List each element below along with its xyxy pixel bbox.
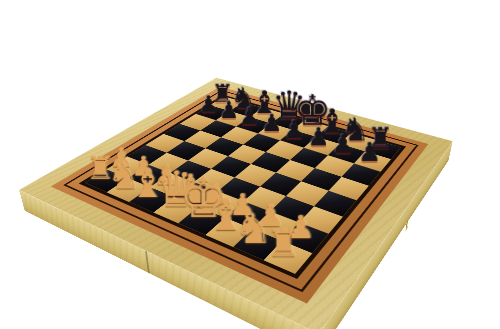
product-photo: ♜♞♝♛♚♝♞♜♟♟♟♟♟♟♟♟♟♟♟♟♟♟♟♟♜♞♝♛♚♝♞♜ — [0, 0, 500, 329]
chess-board: ♜♞♝♛♚♝♞♜♟♟♟♟♟♟♟♟♟♟♟♟♟♟♟♟♜♞♝♛♚♝♞♜ — [19, 78, 453, 329]
board-top-face: ♜♞♝♛♚♝♞♜♟♟♟♟♟♟♟♟♟♟♟♟♟♟♟♟♜♞♝♛♚♝♞♜ — [19, 78, 453, 329]
